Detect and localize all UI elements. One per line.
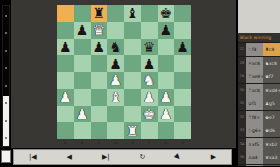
white-pawn-piece[interactable]: ♟ xyxy=(76,106,89,120)
white-pawn-piece[interactable]: ♟ xyxy=(109,73,122,87)
square-h7[interactable] xyxy=(174,22,191,39)
step-back-button[interactable]: ◀ xyxy=(63,150,76,164)
side-panel-header-block xyxy=(238,0,280,33)
white-move-33[interactable]: ♘g6+ xyxy=(246,124,263,137)
play-icon: ▶ xyxy=(211,150,216,164)
file-label-b: b xyxy=(74,139,91,147)
square-e5[interactable] xyxy=(124,55,141,72)
playback-toolbar: |◀◀▶|↻▶▶ xyxy=(13,149,232,165)
square-f4[interactable]: ♞ xyxy=(141,72,158,89)
move-number: 28 xyxy=(238,57,246,70)
black-move-35[interactable]: ♛xa3 xyxy=(263,151,280,164)
square-a5[interactable] xyxy=(57,55,74,72)
square-e8[interactable]: ♝ xyxy=(124,5,141,22)
black-move-34[interactable]: ♛xb2 xyxy=(263,138,280,151)
move-row-33: 33♘g6+♚d6 xyxy=(238,124,280,138)
white-move-29[interactable]: ♖xe8+ xyxy=(246,70,263,83)
square-b5[interactable] xyxy=(74,55,91,72)
black-move-36[interactable]: ♟a5 xyxy=(263,165,280,167)
square-b7[interactable]: ♟ xyxy=(74,22,91,39)
play-button[interactable]: ▶ xyxy=(207,150,220,164)
move-number: 35 xyxy=(238,151,246,164)
pointer-icon: ▶ xyxy=(171,150,185,164)
square-a1[interactable] xyxy=(57,122,74,139)
black-move-32[interactable]: ♚e7 xyxy=(263,111,280,124)
square-h3[interactable] xyxy=(174,89,191,106)
eval-bar-tick xyxy=(5,102,7,104)
move-row-27: 27♘f4♜c8 xyxy=(238,43,280,57)
black-pawn-piece[interactable]: ♟ xyxy=(76,23,89,37)
square-e6[interactable] xyxy=(124,39,141,56)
file-label-h: h xyxy=(174,139,191,147)
move-number: 30 xyxy=(238,84,246,97)
move-row-28: 28♕xc8♞xc8 xyxy=(238,57,280,71)
file-label-g: g xyxy=(158,139,175,147)
square-g5[interactable] xyxy=(158,55,175,72)
square-h2[interactable] xyxy=(174,106,191,123)
square-c3[interactable] xyxy=(91,89,108,106)
square-g8[interactable]: ♚ xyxy=(158,5,175,22)
white-move-36[interactable]: ♔f2 xyxy=(246,165,263,167)
white-knight-piece[interactable]: ♞ xyxy=(143,73,156,87)
pointer-button[interactable]: ▶ xyxy=(171,150,184,164)
white-move-28[interactable]: ♕xc8 xyxy=(246,57,263,70)
flip-board-button[interactable]: ↻ xyxy=(136,150,150,164)
white-pawn-piece[interactable]: ♟ xyxy=(160,106,173,120)
square-b3[interactable] xyxy=(74,89,91,106)
file-label-f: f xyxy=(141,139,158,147)
move-row-36: 36♔f2♟a5 xyxy=(238,165,280,167)
step-forward-button[interactable]: ▶| xyxy=(98,150,114,164)
evaluation-bar xyxy=(2,5,10,147)
chess-app-window: ♜♝♚♟♛♟♟♟♞♛♟♟♟♟♞♟♝♟♟♟♚♟♜ abcdefgh |◀◀▶|↻▶… xyxy=(0,0,280,166)
white-move-31[interactable]: ♔f1 xyxy=(246,97,263,110)
white-move-35[interactable]: ♙a4 xyxy=(246,151,263,164)
square-c7[interactable]: ♛ xyxy=(91,22,108,39)
move-rows: 27♘f4♜c828♕xc8♞xc829♖xe8+♚f730♖xc8♛xd4+3… xyxy=(238,43,280,166)
square-a2[interactable] xyxy=(57,106,74,123)
black-pawn-piece[interactable]: ♟ xyxy=(160,23,173,37)
square-e2[interactable] xyxy=(124,106,141,123)
move-list: Black winning 27♘f4♜c828♕xc8♞xc829♖xe8+♚… xyxy=(238,33,280,166)
eval-bar-tick xyxy=(5,85,7,87)
flip-board-icon: ↻ xyxy=(140,150,146,164)
black-pawn-piece[interactable]: ♟ xyxy=(59,39,72,53)
square-a3[interactable]: ♟ xyxy=(57,89,74,106)
square-d2[interactable] xyxy=(107,106,124,123)
square-f2[interactable]: ♚ xyxy=(141,106,158,123)
move-number: 31 xyxy=(238,97,246,110)
white-bishop-piece[interactable]: ♝ xyxy=(109,90,122,104)
black-rook-piece[interactable]: ♜ xyxy=(93,6,106,20)
square-d5[interactable]: ♟ xyxy=(107,55,124,72)
square-d6[interactable]: ♞ xyxy=(107,39,124,56)
eval-bar-footer xyxy=(1,150,11,163)
white-pawn-piece[interactable]: ♟ xyxy=(143,90,156,104)
file-label-a: a xyxy=(57,139,74,147)
black-bishop-piece[interactable]: ♝ xyxy=(126,6,139,20)
move-row-30: 30♖xc8♛xd4+ xyxy=(238,84,280,98)
square-c4[interactable] xyxy=(91,72,108,89)
square-d7[interactable] xyxy=(107,22,124,39)
square-c6[interactable]: ♟ xyxy=(91,39,108,56)
eval-bar-tick xyxy=(5,67,7,69)
square-g6[interactable] xyxy=(158,39,175,56)
square-e3[interactable] xyxy=(124,89,141,106)
move-row-32: 32♖f8+♚e7 xyxy=(238,111,280,125)
move-number: 33 xyxy=(238,124,246,137)
move-number: 32 xyxy=(238,111,246,124)
square-h4[interactable] xyxy=(174,72,191,89)
step-forward-icon: ▶| xyxy=(102,150,110,164)
square-c5[interactable] xyxy=(91,55,108,72)
square-a7[interactable] xyxy=(57,22,74,39)
square-g3[interactable]: ♟ xyxy=(158,89,175,106)
square-b4[interactable] xyxy=(74,72,91,89)
square-g1[interactable] xyxy=(158,122,175,139)
board: ♜♝♚♟♛♟♟♟♞♛♟♟♟♟♞♟♝♟♟♟♚♟♜ xyxy=(57,5,191,139)
square-e4[interactable] xyxy=(124,72,141,89)
file-coordinates: abcdefgh xyxy=(57,139,191,147)
move-number: 34 xyxy=(238,138,246,151)
file-label-e: e xyxy=(124,139,141,147)
black-pawn-piece[interactable]: ♟ xyxy=(143,56,156,70)
black-move-28[interactable]: ♞xc8 xyxy=(263,57,280,70)
white-pawn-piece[interactable]: ♟ xyxy=(160,90,173,104)
square-d8[interactable] xyxy=(107,5,124,22)
black-pawn-piece[interactable]: ♟ xyxy=(109,56,122,70)
skip-to-start-icon: |◀ xyxy=(29,150,37,164)
eval-bar-tick xyxy=(5,15,7,17)
move-number: 29 xyxy=(238,70,246,83)
white-queen-piece[interactable]: ♛ xyxy=(93,23,106,37)
square-f8[interactable] xyxy=(141,5,158,22)
move-row-35: 35♙a4♛xa3 xyxy=(238,151,280,165)
eval-bar-tick xyxy=(5,137,7,139)
square-b1[interactable] xyxy=(74,122,91,139)
square-a4[interactable] xyxy=(57,72,74,89)
black-knight-piece[interactable]: ♞ xyxy=(109,39,122,53)
square-g2[interactable]: ♟ xyxy=(158,106,175,123)
square-c8[interactable]: ♜ xyxy=(91,5,108,22)
black-move-29[interactable]: ♚f7 xyxy=(263,70,280,83)
square-g7[interactable]: ♟ xyxy=(158,22,175,39)
file-label-c: c xyxy=(91,139,108,147)
move-row-31: 31♔f1♟g5 xyxy=(238,97,280,111)
square-h1[interactable] xyxy=(174,122,191,139)
move-row-29: 29♖xe8+♚f7 xyxy=(238,70,280,84)
move-list-status: Black winning xyxy=(238,33,280,43)
black-move-30[interactable]: ♛xd4+ xyxy=(263,84,280,97)
file-label-d: d xyxy=(107,139,124,147)
square-e7[interactable] xyxy=(124,22,141,39)
square-f6[interactable]: ♛ xyxy=(141,39,158,56)
square-f7[interactable] xyxy=(141,22,158,39)
square-f1[interactable] xyxy=(141,122,158,139)
square-g4[interactable] xyxy=(158,72,175,89)
black-move-31[interactable]: ♟g5 xyxy=(263,97,280,110)
step-back-icon: ◀ xyxy=(67,150,72,164)
square-c2[interactable] xyxy=(91,106,108,123)
white-move-32[interactable]: ♖f8+ xyxy=(246,111,263,124)
black-move-27[interactable]: ♜c8 xyxy=(263,43,280,56)
square-b6[interactable] xyxy=(74,39,91,56)
black-queen-piece[interactable]: ♛ xyxy=(143,39,156,53)
black-pawn-piece[interactable]: ♟ xyxy=(93,39,106,53)
eval-bar-tick xyxy=(5,120,7,122)
square-d1[interactable] xyxy=(107,122,124,139)
square-d4[interactable]: ♟ xyxy=(107,72,124,89)
square-c1[interactable] xyxy=(91,122,108,139)
square-b8[interactable] xyxy=(74,5,91,22)
eval-bar-tick xyxy=(5,50,7,52)
skip-to-start-button[interactable]: |◀ xyxy=(25,150,41,164)
black-king-piece[interactable]: ♚ xyxy=(160,6,173,20)
square-f3[interactable]: ♟ xyxy=(141,89,158,106)
white-move-34[interactable]: ♗xf5 xyxy=(246,138,263,151)
black-move-33[interactable]: ♚d6 xyxy=(263,124,280,137)
square-b2[interactable]: ♟ xyxy=(74,106,91,123)
square-f5[interactable]: ♟ xyxy=(141,55,158,72)
black-pawn-piece[interactable]: ♟ xyxy=(176,39,189,53)
square-a6[interactable]: ♟ xyxy=(57,39,74,56)
white-move-27[interactable]: ♘f4 xyxy=(246,43,263,56)
move-row-34: 34♗xf5♛xb2 xyxy=(238,138,280,152)
square-d3[interactable]: ♝ xyxy=(107,89,124,106)
white-move-30[interactable]: ♖xc8 xyxy=(246,84,263,97)
white-pawn-piece[interactable]: ♟ xyxy=(59,90,72,104)
square-h5[interactable] xyxy=(174,55,191,72)
move-number: 27 xyxy=(238,43,246,56)
square-h8[interactable] xyxy=(174,5,191,22)
move-number: 36 xyxy=(238,165,246,167)
square-a8[interactable] xyxy=(57,5,74,22)
square-h6[interactable]: ♟ xyxy=(174,39,191,56)
white-rook-piece[interactable]: ♜ xyxy=(126,123,139,137)
white-king-piece[interactable]: ♚ xyxy=(143,106,156,120)
square-e1[interactable]: ♜ xyxy=(124,122,141,139)
move-list-panel: Black winning 27♘f4♜c828♕xc8♞xc829♖xe8+♚… xyxy=(238,0,280,166)
eval-bar-tick xyxy=(5,32,7,34)
